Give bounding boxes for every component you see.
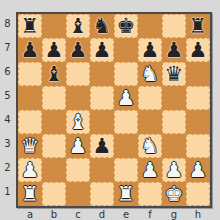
file-label-b: b <box>42 209 66 220</box>
file-label-f: f <box>138 209 162 220</box>
square-a1[interactable]: ♜ <box>18 182 42 206</box>
square-d6[interactable] <box>90 62 114 86</box>
square-d2[interactable] <box>90 158 114 182</box>
square-h7[interactable]: ♟ <box>186 38 210 62</box>
square-g8[interactable] <box>162 14 186 38</box>
black-pawn: ♟ <box>165 40 184 61</box>
file-label-a: a <box>18 209 42 220</box>
square-c3[interactable]: ♟ <box>66 134 90 158</box>
black-rook: ♜ <box>189 16 208 37</box>
square-h6[interactable] <box>186 62 210 86</box>
square-a6[interactable] <box>18 62 42 86</box>
black-pawn: ♟ <box>141 40 160 61</box>
white-knight: ♞ <box>141 136 160 157</box>
square-c1[interactable] <box>66 182 90 206</box>
square-g2[interactable]: ♟ <box>162 158 186 182</box>
black-pawn: ♟ <box>69 40 88 61</box>
square-e7[interactable] <box>114 38 138 62</box>
black-bishop: ♝ <box>69 16 88 37</box>
square-b2[interactable] <box>42 158 66 182</box>
square-b6[interactable]: ♝ <box>42 62 66 86</box>
square-b3[interactable] <box>42 134 66 158</box>
square-d1[interactable] <box>90 182 114 206</box>
square-e5[interactable]: ♟ <box>114 86 138 110</box>
square-f8[interactable] <box>138 14 162 38</box>
square-d3[interactable]: ♟ <box>90 134 114 158</box>
square-g5[interactable] <box>162 86 186 110</box>
white-rook: ♜ <box>117 184 136 205</box>
square-b8[interactable] <box>42 14 66 38</box>
square-e8[interactable]: ♚ <box>114 14 138 38</box>
black-pawn: ♟ <box>93 136 112 157</box>
white-pawn: ♟ <box>189 160 208 181</box>
chess-board: ♜♝♞♚♜♟♟♟♟♟♟♟♝♞♛♟♝♛♟♟♞♟♟♟♟♜♜♚ <box>16 12 212 208</box>
rank-label-2: 2 <box>1 156 14 180</box>
square-c4[interactable]: ♝ <box>66 110 90 134</box>
black-pawn: ♟ <box>93 40 112 61</box>
black-pawn: ♟ <box>189 40 208 61</box>
square-e3[interactable] <box>114 134 138 158</box>
rank-label-4: 4 <box>1 108 14 132</box>
rank-label-1: 1 <box>1 180 14 204</box>
square-e6[interactable] <box>114 62 138 86</box>
file-label-h: h <box>186 209 210 220</box>
square-f2[interactable]: ♟ <box>138 158 162 182</box>
square-g7[interactable]: ♟ <box>162 38 186 62</box>
square-d4[interactable] <box>90 110 114 134</box>
square-c5[interactable] <box>66 86 90 110</box>
white-pawn: ♟ <box>117 88 136 109</box>
chess-diagram: ♜♝♞♚♜♟♟♟♟♟♟♟♝♞♛♟♝♛♟♟♞♟♟♟♟♜♜♚ 87654321 ab… <box>0 0 220 220</box>
white-pawn: ♟ <box>141 160 160 181</box>
square-a2[interactable]: ♟ <box>18 158 42 182</box>
square-a7[interactable]: ♟ <box>18 38 42 62</box>
black-rook: ♜ <box>21 16 40 37</box>
square-c7[interactable]: ♟ <box>66 38 90 62</box>
square-f6[interactable]: ♞ <box>138 62 162 86</box>
white-queen: ♛ <box>21 136 40 157</box>
black-king: ♚ <box>117 16 136 37</box>
square-a4[interactable] <box>18 110 42 134</box>
black-pawn: ♟ <box>21 40 40 61</box>
square-h8[interactable]: ♜ <box>186 14 210 38</box>
file-label-e: e <box>114 209 138 220</box>
square-f3[interactable]: ♞ <box>138 134 162 158</box>
rank-label-5: 5 <box>1 84 14 108</box>
square-b7[interactable]: ♟ <box>42 38 66 62</box>
square-f5[interactable] <box>138 86 162 110</box>
square-g1[interactable]: ♚ <box>162 182 186 206</box>
white-bishop: ♝ <box>69 112 88 133</box>
square-d8[interactable]: ♞ <box>90 14 114 38</box>
square-h3[interactable] <box>186 134 210 158</box>
rank-label-6: 6 <box>1 60 14 84</box>
square-h4[interactable] <box>186 110 210 134</box>
white-knight: ♞ <box>141 64 160 85</box>
square-b5[interactable] <box>42 86 66 110</box>
square-b1[interactable] <box>42 182 66 206</box>
square-f7[interactable]: ♟ <box>138 38 162 62</box>
black-queen: ♛ <box>165 64 184 85</box>
black-pawn: ♟ <box>45 40 64 61</box>
white-pawn: ♟ <box>21 160 40 181</box>
black-bishop: ♝ <box>45 64 64 85</box>
square-a5[interactable] <box>18 86 42 110</box>
rank-label-8: 8 <box>1 12 14 36</box>
white-pawn: ♟ <box>69 136 88 157</box>
square-g4[interactable] <box>162 110 186 134</box>
file-label-d: d <box>90 209 114 220</box>
black-knight: ♞ <box>93 16 112 37</box>
square-c6[interactable] <box>66 62 90 86</box>
square-e1[interactable]: ♜ <box>114 182 138 206</box>
white-king: ♚ <box>165 184 184 205</box>
square-b4[interactable] <box>42 110 66 134</box>
file-label-g: g <box>162 209 186 220</box>
square-e4[interactable] <box>114 110 138 134</box>
square-h5[interactable] <box>186 86 210 110</box>
square-f1[interactable] <box>138 182 162 206</box>
square-f4[interactable] <box>138 110 162 134</box>
square-h1[interactable] <box>186 182 210 206</box>
square-d5[interactable] <box>90 86 114 110</box>
rank-label-7: 7 <box>1 36 14 60</box>
square-d7[interactable]: ♟ <box>90 38 114 62</box>
square-c8[interactable]: ♝ <box>66 14 90 38</box>
square-h2[interactable]: ♟ <box>186 158 210 182</box>
square-e2[interactable] <box>114 158 138 182</box>
square-a3[interactable]: ♛ <box>18 134 42 158</box>
white-rook: ♜ <box>21 184 40 205</box>
square-g3[interactable] <box>162 134 186 158</box>
square-g6[interactable]: ♛ <box>162 62 186 86</box>
square-a8[interactable]: ♜ <box>18 14 42 38</box>
white-pawn: ♟ <box>165 160 184 181</box>
file-label-c: c <box>66 209 90 220</box>
square-c2[interactable] <box>66 158 90 182</box>
rank-label-3: 3 <box>1 132 14 156</box>
